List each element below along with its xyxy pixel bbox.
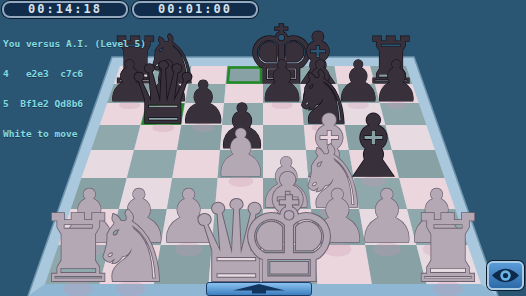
eye-button[interactable] (487, 261, 524, 290)
up-arrow-icon (209, 283, 309, 295)
white-knight[interactable]: ♞ (87, 190, 175, 296)
black-clock: 00:01:00 (132, 1, 258, 18)
white-rook[interactable]: ♜ (406, 195, 489, 296)
mode-title: You versus A.I. (Level 5) (3, 39, 146, 49)
chess-app-window: ♜♞♚♝♜♟♟♟♟♟♟♛♟♞♟♟♝♝♟♞♟♟♟♝♟♟♟♜♞♛♚♜ 00:14:1… (0, 0, 526, 296)
game-info-panel: You versus A.I. (Level 5) 4 e2e3 c7c6 5 … (3, 19, 146, 159)
white-clock: 00:14:18 (2, 1, 128, 18)
turn-status: White to move (3, 129, 146, 139)
eye-icon (491, 266, 520, 285)
raise-view-button[interactable] (206, 282, 312, 296)
move-history-line: 5 Bf1e2 Qd8b6 (3, 99, 146, 109)
move-history-line: 4 e2e3 c7c6 (3, 69, 146, 79)
white-king[interactable]: ♚ (237, 172, 342, 296)
